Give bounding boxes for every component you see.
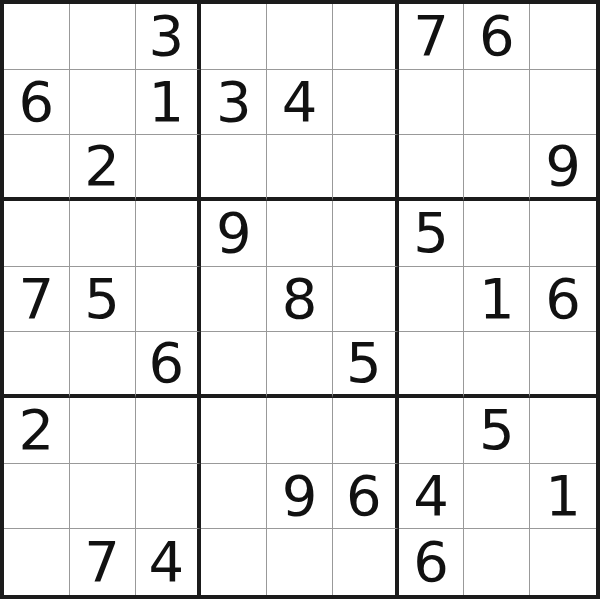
cell-r5c8-given[interactable]: 1 — [464, 267, 530, 333]
cell-r5c1-given[interactable]: 7 — [4, 267, 70, 333]
cell-r3c5-empty[interactable] — [267, 135, 333, 201]
cell-r5c3-empty[interactable] — [136, 267, 202, 333]
cell-r2c3-given[interactable]: 1 — [136, 70, 202, 136]
cell-r3c4-empty[interactable] — [201, 135, 267, 201]
cell-r4c2-empty[interactable] — [70, 201, 136, 267]
cell-r7c2-empty[interactable] — [70, 398, 136, 464]
cell-r1c2-empty[interactable] — [70, 4, 136, 70]
cell-r7c1-given[interactable]: 2 — [4, 398, 70, 464]
cell-r9c8-empty[interactable] — [464, 529, 530, 595]
cell-r4c3-empty[interactable] — [136, 201, 202, 267]
cell-r3c6-empty[interactable] — [333, 135, 399, 201]
cell-r9c3-given[interactable]: 4 — [136, 529, 202, 595]
cell-r6c3-given[interactable]: 6 — [136, 332, 202, 398]
cell-r9c1-empty[interactable] — [4, 529, 70, 595]
cell-r1c9-empty[interactable] — [530, 4, 596, 70]
cell-r2c8-empty[interactable] — [464, 70, 530, 136]
cell-r7c8-given[interactable]: 5 — [464, 398, 530, 464]
sudoku-board: 376613429957581665259641746 — [0, 0, 600, 599]
cell-r4c6-empty[interactable] — [333, 201, 399, 267]
cell-r9c9-empty[interactable] — [530, 529, 596, 595]
cell-r5c9-given[interactable]: 6 — [530, 267, 596, 333]
cell-r2c1-given[interactable]: 6 — [4, 70, 70, 136]
cell-r8c1-empty[interactable] — [4, 464, 70, 530]
cell-r7c7-empty[interactable] — [399, 398, 465, 464]
cell-r8c6-given[interactable]: 6 — [333, 464, 399, 530]
cell-r3c1-empty[interactable] — [4, 135, 70, 201]
cell-r9c5-empty[interactable] — [267, 529, 333, 595]
cell-r8c7-given[interactable]: 4 — [399, 464, 465, 530]
cell-r6c8-empty[interactable] — [464, 332, 530, 398]
cell-r3c2-given[interactable]: 2 — [70, 135, 136, 201]
cell-r6c1-empty[interactable] — [4, 332, 70, 398]
cell-r8c2-empty[interactable] — [70, 464, 136, 530]
cell-r4c4-given[interactable]: 9 — [201, 201, 267, 267]
cell-r4c1-empty[interactable] — [4, 201, 70, 267]
cell-r4c9-empty[interactable] — [530, 201, 596, 267]
cell-r3c8-empty[interactable] — [464, 135, 530, 201]
cell-r1c8-given[interactable]: 6 — [464, 4, 530, 70]
cell-r2c2-empty[interactable] — [70, 70, 136, 136]
cell-r6c6-given[interactable]: 5 — [333, 332, 399, 398]
cell-r9c2-given[interactable]: 7 — [70, 529, 136, 595]
cell-r8c8-empty[interactable] — [464, 464, 530, 530]
cell-r3c3-empty[interactable] — [136, 135, 202, 201]
cell-r6c9-empty[interactable] — [530, 332, 596, 398]
cell-r2c5-given[interactable]: 4 — [267, 70, 333, 136]
cell-r9c7-given[interactable]: 6 — [399, 529, 465, 595]
cell-r7c3-empty[interactable] — [136, 398, 202, 464]
cell-r6c5-empty[interactable] — [267, 332, 333, 398]
cell-r6c7-empty[interactable] — [399, 332, 465, 398]
cell-r8c9-given[interactable]: 1 — [530, 464, 596, 530]
cell-r8c4-empty[interactable] — [201, 464, 267, 530]
cell-r8c5-given[interactable]: 9 — [267, 464, 333, 530]
cell-r1c4-empty[interactable] — [201, 4, 267, 70]
cell-r7c6-empty[interactable] — [333, 398, 399, 464]
cell-r9c6-empty[interactable] — [333, 529, 399, 595]
cell-r8c3-empty[interactable] — [136, 464, 202, 530]
cell-r1c6-empty[interactable] — [333, 4, 399, 70]
cell-r5c5-given[interactable]: 8 — [267, 267, 333, 333]
cell-r2c9-empty[interactable] — [530, 70, 596, 136]
cell-r3c7-empty[interactable] — [399, 135, 465, 201]
cell-r2c4-given[interactable]: 3 — [201, 70, 267, 136]
cell-r5c4-empty[interactable] — [201, 267, 267, 333]
cell-r5c7-empty[interactable] — [399, 267, 465, 333]
cell-r4c7-given[interactable]: 5 — [399, 201, 465, 267]
cell-r1c7-given[interactable]: 7 — [399, 4, 465, 70]
cell-r1c1-empty[interactable] — [4, 4, 70, 70]
cell-r6c2-empty[interactable] — [70, 332, 136, 398]
cell-r5c2-given[interactable]: 5 — [70, 267, 136, 333]
cell-r4c8-empty[interactable] — [464, 201, 530, 267]
cell-r5c6-empty[interactable] — [333, 267, 399, 333]
cell-r3c9-given[interactable]: 9 — [530, 135, 596, 201]
cell-r1c5-empty[interactable] — [267, 4, 333, 70]
cell-r2c7-empty[interactable] — [399, 70, 465, 136]
cell-r7c5-empty[interactable] — [267, 398, 333, 464]
cell-r7c4-empty[interactable] — [201, 398, 267, 464]
cell-r4c5-empty[interactable] — [267, 201, 333, 267]
cell-r6c4-empty[interactable] — [201, 332, 267, 398]
cell-r1c3-given[interactable]: 3 — [136, 4, 202, 70]
cell-r2c6-empty[interactable] — [333, 70, 399, 136]
cell-r9c4-empty[interactable] — [201, 529, 267, 595]
cell-r7c9-empty[interactable] — [530, 398, 596, 464]
